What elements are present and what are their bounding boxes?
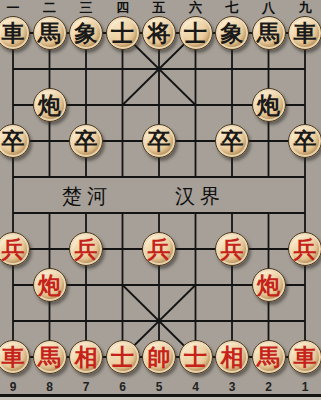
file-label-bottom: 8 (31, 379, 68, 395)
piece-glyph: 兵 (215, 232, 249, 266)
file-label-top: 一 (0, 0, 31, 15)
piece-glyph: 将 (142, 16, 176, 50)
piece-black-chariot-right[interactable]: 車 (287, 15, 321, 51)
piece-glyph: 馬 (33, 340, 67, 374)
piece-grid[interactable]: 車馬象士将士象馬車炮炮卒卒卒卒卒兵兵兵兵兵炮炮車馬相士帥士相馬車 (0, 15, 321, 375)
piece-black-general[interactable]: 将 (141, 15, 178, 51)
piece-glyph: 象 (215, 16, 249, 50)
file-label-bottom: 2 (250, 379, 287, 395)
file-label-top: 二 (31, 0, 68, 15)
piece-black-soldier-4[interactable]: 卒 (214, 123, 251, 159)
piece-red-soldier-3[interactable]: 兵 (141, 231, 178, 267)
piece-glyph: 象 (69, 16, 103, 50)
piece-black-cannon-left[interactable]: 炮 (31, 87, 68, 123)
piece-glyph: 卒 (142, 124, 176, 158)
piece-glyph: 兵 (142, 232, 176, 266)
piece-glyph: 馬 (252, 16, 286, 50)
file-label-bottom: 5 (141, 379, 178, 395)
piece-glyph: 士 (179, 340, 213, 374)
piece-red-soldier-2[interactable]: 兵 (68, 231, 105, 267)
piece-glyph: 士 (106, 16, 140, 50)
piece-black-chariot-left[interactable]: 車 (0, 15, 31, 51)
piece-glyph: 卒 (288, 124, 321, 158)
piece-red-cannon-left[interactable]: 炮 (31, 267, 68, 303)
piece-red-cannon-right[interactable]: 炮 (250, 267, 287, 303)
piece-black-soldier-1[interactable]: 卒 (0, 123, 31, 159)
piece-red-soldier-5[interactable]: 兵 (287, 231, 321, 267)
file-label-top: 五 (141, 0, 178, 15)
piece-glyph: 相 (215, 340, 249, 374)
file-label-bottom: 4 (177, 379, 214, 395)
file-label-top: 八 (250, 0, 287, 15)
piece-glyph: 炮 (33, 88, 67, 122)
piece-glyph: 車 (288, 16, 321, 50)
piece-glyph: 士 (106, 340, 140, 374)
piece-glyph: 兵 (288, 232, 321, 266)
piece-black-soldier-2[interactable]: 卒 (68, 123, 105, 159)
piece-black-advisor-left[interactable]: 士 (104, 15, 141, 51)
piece-glyph: 卒 (215, 124, 249, 158)
file-label-top: 七 (214, 0, 251, 15)
piece-black-horse-right[interactable]: 馬 (250, 15, 287, 51)
piece-red-soldier-4[interactable]: 兵 (214, 231, 251, 267)
xiangqi-board[interactable]: 一二三四五六七八九 楚河 汉界 車馬象士将士象馬車炮炮卒卒卒卒卒兵兵兵兵兵炮炮車… (0, 0, 321, 400)
piece-glyph: 馬 (252, 340, 286, 374)
piece-black-cannon-right[interactable]: 炮 (250, 87, 287, 123)
piece-glyph: 炮 (33, 268, 67, 302)
file-label-bottom: 1 (287, 379, 321, 395)
piece-glyph: 兵 (0, 232, 30, 266)
piece-red-chariot-right[interactable]: 車 (287, 339, 321, 375)
piece-black-soldier-3[interactable]: 卒 (141, 123, 178, 159)
file-label-top: 九 (287, 0, 321, 15)
piece-glyph: 馬 (33, 16, 67, 50)
piece-glyph: 車 (0, 340, 30, 374)
piece-glyph: 帥 (142, 340, 176, 374)
piece-red-horse-right[interactable]: 馬 (250, 339, 287, 375)
bottom-file-labels: 987654321 (0, 379, 321, 395)
file-label-top: 三 (68, 0, 105, 15)
piece-black-soldier-5[interactable]: 卒 (287, 123, 321, 159)
piece-glyph: 炮 (252, 88, 286, 122)
piece-glyph: 卒 (69, 124, 103, 158)
file-label-bottom: 9 (0, 379, 31, 395)
file-label-bottom: 6 (104, 379, 141, 395)
piece-red-general[interactable]: 帥 (141, 339, 178, 375)
piece-glyph: 車 (288, 340, 321, 374)
file-label-top: 六 (177, 0, 214, 15)
piece-black-elephant-left[interactable]: 象 (68, 15, 105, 51)
piece-red-advisor-left[interactable]: 士 (104, 339, 141, 375)
piece-glyph: 卒 (0, 124, 30, 158)
piece-black-elephant-right[interactable]: 象 (214, 15, 251, 51)
piece-black-advisor-right[interactable]: 士 (177, 15, 214, 51)
piece-black-horse-left[interactable]: 馬 (31, 15, 68, 51)
piece-red-elephant-left[interactable]: 相 (68, 339, 105, 375)
file-label-bottom: 7 (68, 379, 105, 395)
piece-glyph: 車 (0, 16, 30, 50)
file-label-bottom: 3 (214, 379, 251, 395)
piece-glyph: 炮 (252, 268, 286, 302)
piece-red-soldier-1[interactable]: 兵 (0, 231, 31, 267)
piece-glyph: 兵 (69, 232, 103, 266)
piece-glyph: 相 (69, 340, 103, 374)
piece-red-horse-left[interactable]: 馬 (31, 339, 68, 375)
file-label-top: 四 (104, 0, 141, 15)
piece-red-chariot-left[interactable]: 車 (0, 339, 31, 375)
top-file-labels: 一二三四五六七八九 (0, 0, 321, 15)
piece-red-advisor-right[interactable]: 士 (177, 339, 214, 375)
piece-red-elephant-right[interactable]: 相 (214, 339, 251, 375)
piece-glyph: 士 (179, 16, 213, 50)
